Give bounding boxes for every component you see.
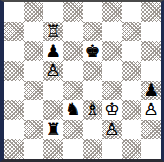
black-knight-d3: ♞ [65,101,80,118]
square-h3[interactable]: ♙ [141,100,161,120]
square-a8[interactable] [4,2,24,22]
square-e1[interactable] [83,139,103,159]
square-b6[interactable] [24,41,44,61]
square-g6[interactable] [122,41,142,61]
square-e4[interactable] [83,81,103,101]
square-f8[interactable] [102,2,122,22]
square-g1[interactable] [122,139,142,159]
black-pawn-h4: ♟ [144,81,159,98]
white-pawn-h3: ♙ [144,101,159,118]
square-f2[interactable]: ♙ [102,120,122,140]
square-d4[interactable] [63,81,83,101]
square-d5[interactable] [63,61,83,81]
square-a6[interactable] [4,41,24,61]
square-h5[interactable] [141,61,161,81]
square-c4[interactable] [43,81,63,101]
square-a4[interactable] [4,81,24,101]
white-pawn-f2: ♙ [104,121,119,138]
square-a5[interactable] [4,61,24,81]
square-h1[interactable] [141,139,161,159]
square-a2[interactable] [4,120,24,140]
square-e6[interactable]: ♚ [83,41,103,61]
square-f6[interactable] [102,41,122,61]
square-b7[interactable] [24,22,44,42]
square-f1[interactable] [102,139,122,159]
square-e3[interactable]: ♗ [83,100,103,120]
square-e2[interactable] [83,120,103,140]
square-c5[interactable]: ♙ [43,61,63,81]
square-h4[interactable]: ♟ [141,81,161,101]
square-g2[interactable] [122,120,142,140]
square-g5[interactable] [122,61,142,81]
square-f5[interactable] [102,61,122,81]
square-c8[interactable] [43,2,63,22]
square-c3[interactable] [43,100,63,120]
square-e8[interactable] [83,2,103,22]
square-c6[interactable]: ♟ [43,41,63,61]
square-b3[interactable] [24,100,44,120]
square-d7[interactable] [63,22,83,42]
white-bishop-e3: ♗ [85,101,100,118]
square-b1[interactable] [24,139,44,159]
square-f7[interactable] [102,22,122,42]
white-pawn-c5: ♙ [45,62,60,79]
square-b4[interactable] [24,81,44,101]
square-h6[interactable] [141,41,161,61]
black-king-e6: ♚ [85,42,100,59]
square-d8[interactable] [63,2,83,22]
square-e5[interactable] [83,61,103,81]
square-d1[interactable] [63,139,83,159]
square-a1[interactable] [4,139,24,159]
square-h8[interactable] [141,2,161,22]
square-g3[interactable] [122,100,142,120]
square-h2[interactable] [141,120,161,140]
square-c2[interactable]: ♜ [43,120,63,140]
square-b8[interactable] [24,2,44,22]
square-c1[interactable] [43,139,63,159]
square-h7[interactable] [141,22,161,42]
square-f3[interactable]: ♔ [102,100,122,120]
square-g8[interactable] [122,2,142,22]
square-b5[interactable] [24,61,44,81]
black-pawn-c6: ♟ [45,42,60,59]
square-d6[interactable] [63,41,83,61]
square-d2[interactable] [63,120,83,140]
square-g7[interactable] [122,22,142,42]
square-a3[interactable] [4,100,24,120]
square-a7[interactable] [4,22,24,42]
white-king-f3: ♔ [104,101,119,118]
white-rook-c7: ♖ [45,22,60,39]
square-b2[interactable] [24,120,44,140]
black-rook-c2: ♜ [45,121,60,138]
square-d3[interactable]: ♞ [63,100,83,120]
square-g4[interactable] [122,81,142,101]
square-e7[interactable] [83,22,103,42]
square-f4[interactable] [102,81,122,101]
square-c7[interactable]: ♖ [43,22,63,42]
chess-board: ♖♟♚♙♟♞♗♔♙♜♙ [0,0,164,162]
